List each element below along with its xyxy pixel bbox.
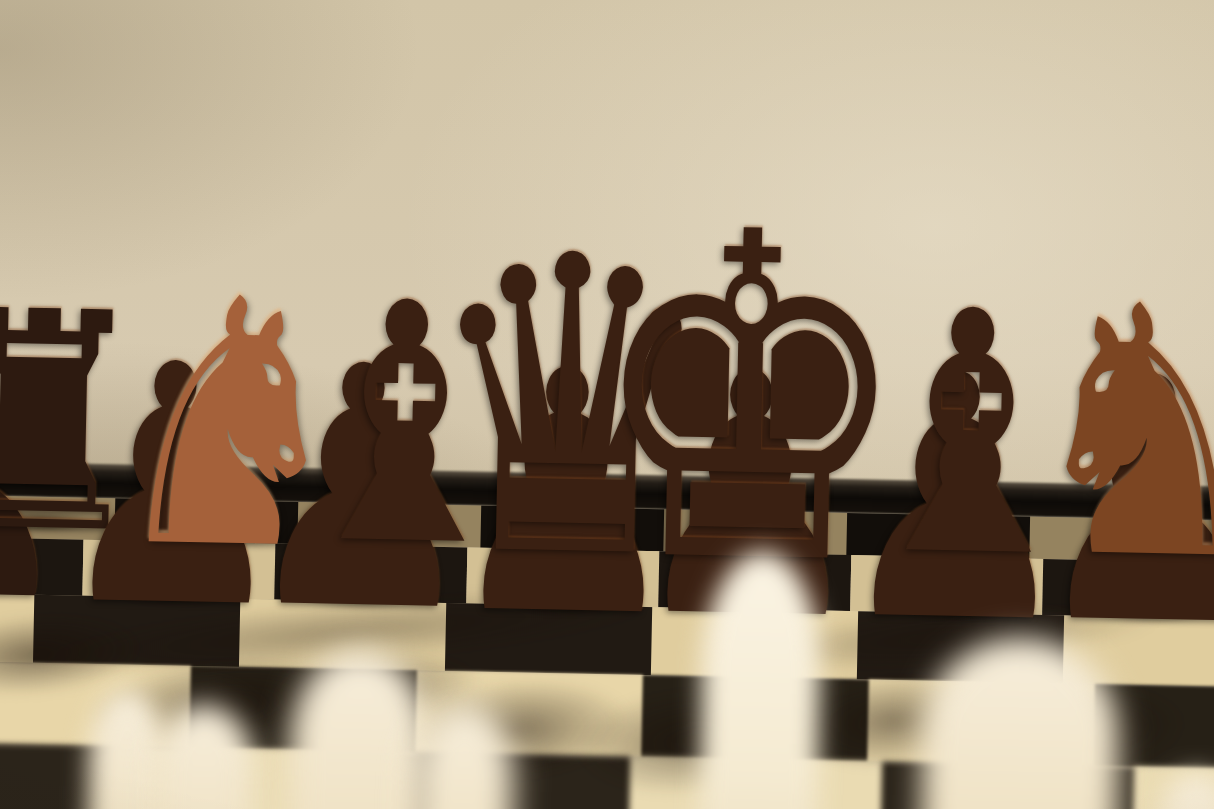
chessboard-photo-scene: ♟♜♟♞♟♝♟♛♟♚♟♝♟♞ — [0, 0, 1214, 809]
black-knight-g8[interactable]: ♞ — [1019, 259, 1214, 608]
board-plane: ♟♜♟♞♟♝♟♛♟♚♟♝♟♞ — [0, 462, 1214, 809]
